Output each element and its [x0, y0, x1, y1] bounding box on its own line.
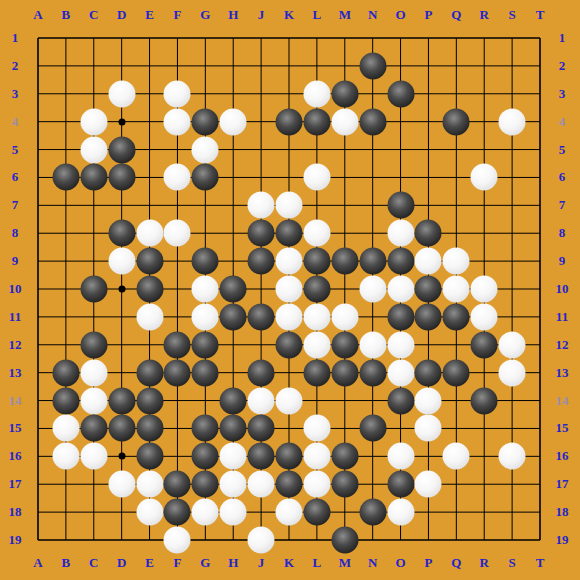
black-stone-G6	[192, 164, 219, 191]
col-label-top-E: E	[145, 7, 154, 23]
black-stone-G12	[192, 331, 219, 358]
row-label-left-8: 8	[12, 225, 19, 241]
white-stone-P14	[415, 387, 442, 414]
row-label-right-15: 15	[556, 420, 569, 436]
black-stone-O11	[387, 303, 414, 330]
white-stone-F4	[164, 108, 191, 135]
col-label-bottom-O: O	[395, 555, 405, 571]
row-label-right-8: 8	[559, 225, 566, 241]
black-stone-C10	[80, 276, 107, 303]
black-stone-O9	[387, 248, 414, 275]
black-stone-J11	[248, 303, 275, 330]
black-stone-B13	[52, 359, 79, 386]
black-stone-G17	[192, 471, 219, 498]
col-label-top-Q: Q	[451, 7, 461, 23]
white-stone-C5	[80, 136, 107, 163]
row-label-left-18: 18	[9, 504, 22, 520]
row-label-right-19: 19	[556, 532, 569, 548]
row-label-right-2: 2	[559, 58, 566, 74]
row-label-left-9: 9	[12, 253, 19, 269]
black-stone-F12	[164, 331, 191, 358]
black-stone-E14	[136, 387, 163, 414]
col-label-top-C: C	[89, 7, 98, 23]
white-stone-C13	[80, 359, 107, 386]
white-stone-Q16	[443, 443, 470, 470]
row-label-left-17: 17	[9, 476, 22, 492]
col-label-top-R: R	[480, 7, 489, 23]
black-stone-Q13	[443, 359, 470, 386]
row-label-left-1: 1	[12, 30, 19, 46]
black-stone-K8	[276, 220, 303, 247]
white-stone-K7	[276, 192, 303, 219]
white-stone-F8	[164, 220, 191, 247]
white-stone-G18	[192, 499, 219, 526]
col-label-top-L: L	[313, 7, 322, 23]
row-label-left-13: 13	[9, 365, 22, 381]
black-stone-C12	[80, 331, 107, 358]
white-stone-S12	[499, 331, 526, 358]
white-stone-L15	[303, 415, 330, 442]
star-point-D10	[118, 286, 125, 293]
black-stone-H10	[220, 276, 247, 303]
white-stone-G10	[192, 276, 219, 303]
black-stone-Q4	[443, 108, 470, 135]
black-stone-C15	[80, 415, 107, 442]
black-stone-M9	[331, 248, 358, 275]
col-label-bottom-J: J	[258, 555, 265, 571]
white-stone-H18	[220, 499, 247, 526]
black-stone-E10	[136, 276, 163, 303]
col-label-top-M: M	[339, 7, 351, 23]
row-label-left-3: 3	[12, 86, 19, 102]
white-stone-K11	[276, 303, 303, 330]
black-stone-J16	[248, 443, 275, 470]
white-stone-H16	[220, 443, 247, 470]
row-label-left-15: 15	[9, 420, 22, 436]
white-stone-L11	[303, 303, 330, 330]
white-stone-J14	[248, 387, 275, 414]
black-stone-K12	[276, 331, 303, 358]
row-label-right-5: 5	[559, 142, 566, 158]
star-point-D16	[118, 453, 125, 460]
black-stone-J15	[248, 415, 275, 442]
black-stone-O14	[387, 387, 414, 414]
black-stone-L10	[303, 276, 330, 303]
col-label-top-A: A	[33, 7, 42, 23]
white-stone-O18	[387, 499, 414, 526]
row-label-right-18: 18	[556, 504, 569, 520]
row-label-left-19: 19	[9, 532, 22, 548]
col-label-top-F: F	[173, 7, 181, 23]
col-label-top-N: N	[368, 7, 377, 23]
row-label-right-6: 6	[559, 169, 566, 185]
row-label-left-4: 4	[12, 114, 19, 130]
white-stone-C4	[80, 108, 107, 135]
white-stone-O16	[387, 443, 414, 470]
black-stone-D5	[108, 136, 135, 163]
black-stone-B6	[52, 164, 79, 191]
white-stone-P17	[415, 471, 442, 498]
black-stone-D6	[108, 164, 135, 191]
black-stone-N9	[359, 248, 386, 275]
white-stone-F19	[164, 527, 191, 554]
white-stone-C16	[80, 443, 107, 470]
col-label-bottom-F: F	[173, 555, 181, 571]
white-stone-K10	[276, 276, 303, 303]
white-stone-B16	[52, 443, 79, 470]
col-label-bottom-Q: Q	[451, 555, 461, 571]
black-stone-F13	[164, 359, 191, 386]
black-stone-N4	[359, 108, 386, 135]
white-stone-R10	[471, 276, 498, 303]
black-stone-K16	[276, 443, 303, 470]
white-stone-O13	[387, 359, 414, 386]
white-stone-K14	[276, 387, 303, 414]
col-label-bottom-A: A	[33, 555, 42, 571]
row-label-left-16: 16	[9, 448, 22, 464]
white-stone-M11	[331, 303, 358, 330]
white-stone-H4	[220, 108, 247, 135]
white-stone-P15	[415, 415, 442, 442]
row-label-right-17: 17	[556, 476, 569, 492]
black-stone-R14	[471, 387, 498, 414]
black-stone-M13	[331, 359, 358, 386]
black-stone-G13	[192, 359, 219, 386]
white-stone-F3	[164, 80, 191, 107]
col-label-bottom-G: G	[200, 555, 210, 571]
black-stone-M17	[331, 471, 358, 498]
black-stone-F17	[164, 471, 191, 498]
row-label-right-12: 12	[556, 337, 569, 353]
row-label-left-6: 6	[12, 169, 19, 185]
white-stone-O10	[387, 276, 414, 303]
row-label-left-5: 5	[12, 142, 19, 158]
col-label-bottom-P: P	[424, 555, 432, 571]
col-label-top-D: D	[117, 7, 126, 23]
col-label-top-T: T	[536, 7, 545, 23]
white-stone-H17	[220, 471, 247, 498]
white-stone-S13	[499, 359, 526, 386]
black-stone-N2	[359, 52, 386, 79]
black-stone-P13	[415, 359, 442, 386]
col-label-top-S: S	[508, 7, 515, 23]
black-stone-J13	[248, 359, 275, 386]
black-stone-F18	[164, 499, 191, 526]
col-label-top-B: B	[62, 7, 71, 23]
white-stone-Q9	[443, 248, 470, 275]
row-label-right-3: 3	[559, 86, 566, 102]
white-stone-E8	[136, 220, 163, 247]
col-label-top-P: P	[424, 7, 432, 23]
black-stone-M19	[331, 527, 358, 554]
white-stone-N12	[359, 331, 386, 358]
white-stone-J17	[248, 471, 275, 498]
black-stone-O7	[387, 192, 414, 219]
white-stone-E11	[136, 303, 163, 330]
col-label-bottom-C: C	[89, 555, 98, 571]
black-stone-K4	[276, 108, 303, 135]
white-stone-L12	[303, 331, 330, 358]
black-stone-H11	[220, 303, 247, 330]
black-stone-E16	[136, 443, 163, 470]
black-stone-O17	[387, 471, 414, 498]
white-stone-Q10	[443, 276, 470, 303]
black-stone-M3	[331, 80, 358, 107]
black-stone-P8	[415, 220, 442, 247]
black-stone-L13	[303, 359, 330, 386]
black-stone-G4	[192, 108, 219, 135]
row-label-left-12: 12	[9, 337, 22, 353]
col-label-bottom-D: D	[117, 555, 126, 571]
black-stone-B14	[52, 387, 79, 414]
white-stone-G5	[192, 136, 219, 163]
col-label-bottom-T: T	[536, 555, 545, 571]
white-stone-D9	[108, 248, 135, 275]
black-stone-H14	[220, 387, 247, 414]
black-stone-H15	[220, 415, 247, 442]
black-stone-Q11	[443, 303, 470, 330]
white-stone-L6	[303, 164, 330, 191]
row-label-right-9: 9	[559, 253, 566, 269]
col-label-top-O: O	[395, 7, 405, 23]
white-stone-F6	[164, 164, 191, 191]
row-label-left-11: 11	[9, 309, 21, 325]
white-stone-R11	[471, 303, 498, 330]
black-stone-D8	[108, 220, 135, 247]
white-stone-C14	[80, 387, 107, 414]
black-stone-N13	[359, 359, 386, 386]
white-stone-J19	[248, 527, 275, 554]
row-label-left-10: 10	[9, 281, 22, 297]
white-stone-E18	[136, 499, 163, 526]
go-board-screen: AABBCCDDEEFFGGHHJJKKLLMMNNOOPPQQRRSSTT11…	[0, 0, 580, 580]
col-label-top-K: K	[284, 7, 294, 23]
black-stone-D14	[108, 387, 135, 414]
black-stone-M16	[331, 443, 358, 470]
star-point-D4	[118, 118, 125, 125]
white-stone-G11	[192, 303, 219, 330]
col-label-bottom-L: L	[313, 555, 322, 571]
col-label-bottom-E: E	[145, 555, 154, 571]
white-stone-R6	[471, 164, 498, 191]
black-stone-K17	[276, 471, 303, 498]
white-stone-B15	[52, 415, 79, 442]
white-stone-N10	[359, 276, 386, 303]
col-label-bottom-N: N	[368, 555, 377, 571]
col-label-bottom-K: K	[284, 555, 294, 571]
black-stone-E9	[136, 248, 163, 275]
black-stone-O3	[387, 80, 414, 107]
row-label-right-4: 4	[559, 114, 566, 130]
white-stone-M4	[331, 108, 358, 135]
row-label-right-7: 7	[559, 197, 566, 213]
row-label-left-2: 2	[12, 58, 19, 74]
black-stone-L9	[303, 248, 330, 275]
row-label-right-11: 11	[556, 309, 568, 325]
white-stone-O8	[387, 220, 414, 247]
black-stone-D15	[108, 415, 135, 442]
col-label-bottom-R: R	[480, 555, 489, 571]
row-label-right-1: 1	[559, 30, 566, 46]
black-stone-E13	[136, 359, 163, 386]
white-stone-K9	[276, 248, 303, 275]
row-label-right-16: 16	[556, 448, 569, 464]
black-stone-M12	[331, 331, 358, 358]
black-stone-G16	[192, 443, 219, 470]
black-stone-L4	[303, 108, 330, 135]
white-stone-S4	[499, 108, 526, 135]
row-label-right-10: 10	[556, 281, 569, 297]
col-label-bottom-H: H	[228, 555, 238, 571]
row-label-left-14: 14	[9, 393, 22, 409]
col-label-top-H: H	[228, 7, 238, 23]
white-stone-D17	[108, 471, 135, 498]
black-stone-R12	[471, 331, 498, 358]
col-label-top-J: J	[258, 7, 265, 23]
white-stone-E17	[136, 471, 163, 498]
white-stone-S16	[499, 443, 526, 470]
white-stone-P9	[415, 248, 442, 275]
black-stone-P11	[415, 303, 442, 330]
black-stone-L18	[303, 499, 330, 526]
black-stone-C6	[80, 164, 107, 191]
white-stone-L8	[303, 220, 330, 247]
row-label-right-14: 14	[556, 393, 569, 409]
white-stone-L16	[303, 443, 330, 470]
white-stone-K18	[276, 499, 303, 526]
black-stone-E15	[136, 415, 163, 442]
col-label-bottom-S: S	[508, 555, 515, 571]
col-label-bottom-B: B	[62, 555, 71, 571]
black-stone-N15	[359, 415, 386, 442]
black-stone-G15	[192, 415, 219, 442]
white-stone-J7	[248, 192, 275, 219]
black-stone-P10	[415, 276, 442, 303]
black-stone-J9	[248, 248, 275, 275]
row-label-right-13: 13	[556, 365, 569, 381]
white-stone-D3	[108, 80, 135, 107]
col-label-bottom-M: M	[339, 555, 351, 571]
black-stone-G9	[192, 248, 219, 275]
black-stone-J8	[248, 220, 275, 247]
row-label-left-7: 7	[12, 197, 19, 213]
white-stone-L3	[303, 80, 330, 107]
black-stone-N18	[359, 499, 386, 526]
white-stone-L17	[303, 471, 330, 498]
white-stone-O12	[387, 331, 414, 358]
col-label-top-G: G	[200, 7, 210, 23]
